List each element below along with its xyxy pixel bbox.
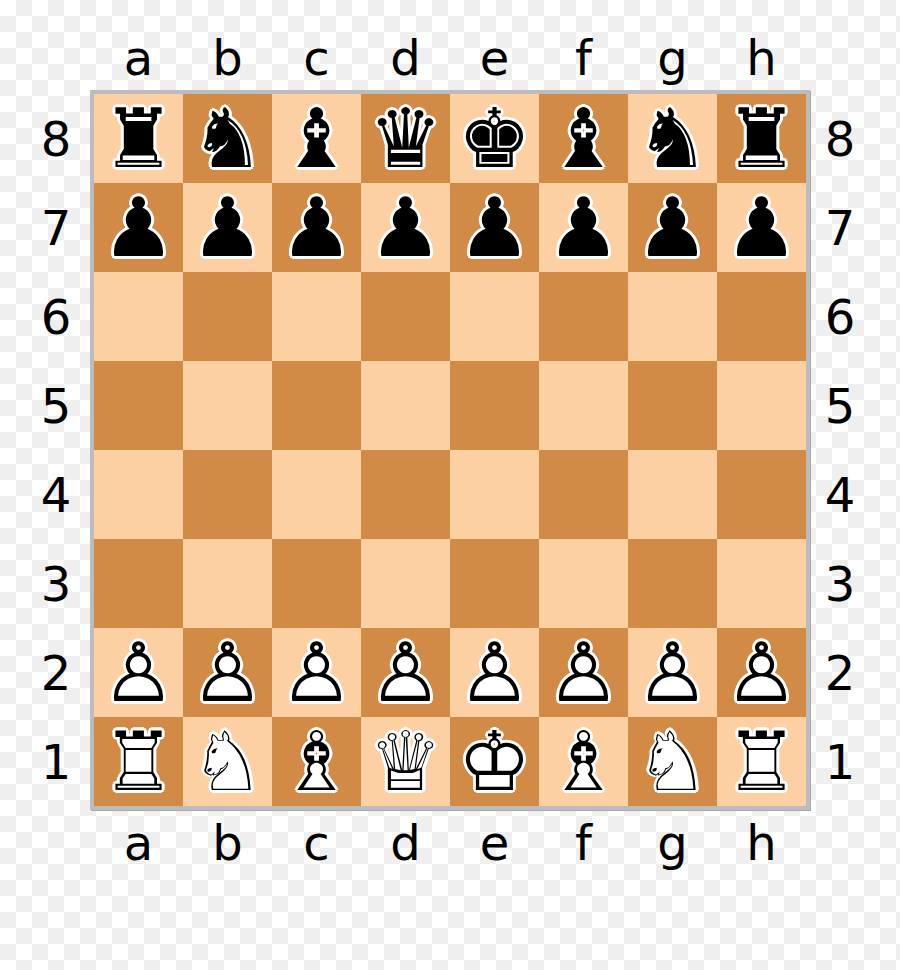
white-pawn-outline: ♙ [361, 628, 450, 717]
file-label-bottom-a: a [94, 815, 183, 871]
white-pawn-icon: ♟♙ [94, 628, 183, 717]
black-pawn-icon: ♟ [450, 183, 539, 272]
square-g7[interactable]: ♟ [628, 183, 717, 272]
rank-label-left-7: 7 [28, 183, 84, 272]
rank-label-left-5: 5 [28, 361, 84, 450]
square-d5[interactable] [361, 361, 450, 450]
white-pawn-icon: ♟♙ [183, 628, 272, 717]
white-knight-outline: ♘ [628, 717, 717, 806]
square-c5[interactable] [272, 361, 361, 450]
square-g8[interactable]: ♞ [628, 94, 717, 183]
square-h7[interactable]: ♟ [717, 183, 806, 272]
square-c4[interactable] [272, 450, 361, 539]
black-pawn-fill: ♟ [361, 183, 450, 272]
rank-label-right-3: 3 [812, 539, 868, 628]
black-pawn-icon: ♟ [628, 183, 717, 272]
black-pawn-fill: ♟ [628, 183, 717, 272]
black-rook-fill: ♜ [717, 94, 806, 183]
white-pawn-outline: ♙ [539, 628, 628, 717]
square-c8[interactable]: ♝ [272, 94, 361, 183]
square-b2[interactable]: ♟♙ [183, 628, 272, 717]
rank-label-right-8: 8 [812, 94, 868, 183]
black-pawn-icon: ♟ [94, 183, 183, 272]
square-e7[interactable]: ♟ [450, 183, 539, 272]
square-b8[interactable]: ♞ [183, 94, 272, 183]
square-f8[interactable]: ♝ [539, 94, 628, 183]
black-king-fill: ♚ [450, 94, 539, 183]
white-pawn-icon: ♟♙ [539, 628, 628, 717]
black-pawn-fill: ♟ [94, 183, 183, 272]
square-f7[interactable]: ♟ [539, 183, 628, 272]
file-label-top-c: c [272, 30, 361, 86]
black-pawn-fill: ♟ [539, 183, 628, 272]
white-queen-icon: ♛♕ [361, 717, 450, 806]
black-queen-icon: ♛ [361, 94, 450, 183]
black-pawn-fill: ♟ [272, 183, 361, 272]
black-bishop-icon: ♝ [272, 94, 361, 183]
rank-label-right-6: 6 [812, 272, 868, 361]
file-label-bottom-e: e [450, 815, 539, 871]
file-label-top-f: f [539, 30, 628, 86]
square-f2[interactable]: ♟♙ [539, 628, 628, 717]
black-bishop-icon: ♝ [539, 94, 628, 183]
board-frame: ♜♞♝♛♚♝♞♜♟♟♟♟♟♟♟♟♟♙♟♙♟♙♟♙♟♙♟♙♟♙♟♙♜♖♞♘♝♗♛♕… [90, 90, 810, 810]
white-pawn-outline: ♙ [717, 628, 806, 717]
rank-label-left-1: 1 [28, 717, 84, 806]
square-b3[interactable] [183, 539, 272, 628]
white-bishop-outline: ♗ [539, 717, 628, 806]
file-label-bottom-f: f [539, 815, 628, 871]
square-f3[interactable] [539, 539, 628, 628]
square-d8[interactable]: ♛ [361, 94, 450, 183]
black-king-icon: ♚ [450, 94, 539, 183]
rank-label-left-4: 4 [28, 450, 84, 539]
square-b4[interactable] [183, 450, 272, 539]
square-c6[interactable] [272, 272, 361, 361]
file-label-top-a: a [94, 30, 183, 86]
square-e6[interactable] [450, 272, 539, 361]
square-f4[interactable] [539, 450, 628, 539]
square-c2[interactable]: ♟♙ [272, 628, 361, 717]
rank-label-right-4: 4 [812, 450, 868, 539]
black-pawn-icon: ♟ [272, 183, 361, 272]
square-h1[interactable]: ♜♖ [717, 717, 806, 806]
square-a6[interactable] [94, 272, 183, 361]
white-king-icon: ♚♔ [450, 717, 539, 806]
white-knight-icon: ♞♘ [183, 717, 272, 806]
rank-label-right-1: 1 [812, 717, 868, 806]
black-knight-fill: ♞ [628, 94, 717, 183]
black-bishop-fill: ♝ [272, 94, 361, 183]
square-g2[interactable]: ♟♙ [628, 628, 717, 717]
black-knight-fill: ♞ [183, 94, 272, 183]
white-rook-outline: ♖ [717, 717, 806, 806]
black-knight-icon: ♞ [183, 94, 272, 183]
white-knight-outline: ♘ [183, 717, 272, 806]
square-h4[interactable] [717, 450, 806, 539]
square-d1[interactable]: ♛♕ [361, 717, 450, 806]
square-g5[interactable] [628, 361, 717, 450]
square-c3[interactable] [272, 539, 361, 628]
black-bishop-fill: ♝ [539, 94, 628, 183]
square-h3[interactable] [717, 539, 806, 628]
square-c1[interactable]: ♝♗ [272, 717, 361, 806]
white-bishop-icon: ♝♗ [539, 717, 628, 806]
white-pawn-outline: ♙ [94, 628, 183, 717]
square-h5[interactable] [717, 361, 806, 450]
square-h8[interactable]: ♜ [717, 94, 806, 183]
square-f5[interactable] [539, 361, 628, 450]
square-e4[interactable] [450, 450, 539, 539]
file-label-bottom-b: b [183, 815, 272, 871]
square-g3[interactable] [628, 539, 717, 628]
square-d7[interactable]: ♟ [361, 183, 450, 272]
square-a1[interactable]: ♜♖ [94, 717, 183, 806]
square-f6[interactable] [539, 272, 628, 361]
square-b5[interactable] [183, 361, 272, 450]
chess-diagram: abcdefgh 87654321 ♜♞♝♛♚♝♞♜♟♟♟♟♟♟♟♟♟♙♟♙♟♙… [0, 0, 900, 970]
square-g1[interactable]: ♞♘ [628, 717, 717, 806]
file-label-bottom-g: g [628, 815, 717, 871]
white-bishop-outline: ♗ [272, 717, 361, 806]
rank-labels-right: 87654321 [812, 94, 868, 806]
chess-board: ♜♞♝♛♚♝♞♜♟♟♟♟♟♟♟♟♟♙♟♙♟♙♟♙♟♙♟♙♟♙♟♙♜♖♞♘♝♗♛♕… [94, 94, 806, 806]
rank-label-right-7: 7 [812, 183, 868, 272]
square-b6[interactable] [183, 272, 272, 361]
square-d2[interactable]: ♟♙ [361, 628, 450, 717]
black-pawn-icon: ♟ [539, 183, 628, 272]
file-labels-top: abcdefgh [94, 30, 806, 86]
square-a3[interactable] [94, 539, 183, 628]
black-knight-icon: ♞ [628, 94, 717, 183]
rank-label-left-2: 2 [28, 628, 84, 717]
file-label-bottom-c: c [272, 815, 361, 871]
file-label-top-e: e [450, 30, 539, 86]
square-h6[interactable] [717, 272, 806, 361]
white-pawn-icon: ♟♙ [628, 628, 717, 717]
square-c7[interactable]: ♟ [272, 183, 361, 272]
file-labels-bottom: abcdefgh [94, 815, 806, 871]
white-pawn-outline: ♙ [272, 628, 361, 717]
file-label-top-h: h [717, 30, 806, 86]
square-e2[interactable]: ♟♙ [450, 628, 539, 717]
black-rook-icon: ♜ [717, 94, 806, 183]
rank-label-left-3: 3 [28, 539, 84, 628]
rank-label-right-2: 2 [812, 628, 868, 717]
black-pawn-icon: ♟ [361, 183, 450, 272]
black-pawn-icon: ♟ [717, 183, 806, 272]
rank-labels-left: 87654321 [28, 94, 84, 806]
square-d3[interactable] [361, 539, 450, 628]
file-label-top-g: g [628, 30, 717, 86]
square-e3[interactable] [450, 539, 539, 628]
white-bishop-icon: ♝♗ [272, 717, 361, 806]
square-a4[interactable] [94, 450, 183, 539]
black-rook-icon: ♜ [94, 94, 183, 183]
white-pawn-icon: ♟♙ [717, 628, 806, 717]
square-d4[interactable] [361, 450, 450, 539]
white-queen-outline: ♕ [361, 717, 450, 806]
white-pawn-outline: ♙ [183, 628, 272, 717]
square-e1[interactable]: ♚♔ [450, 717, 539, 806]
white-pawn-icon: ♟♙ [450, 628, 539, 717]
black-pawn-fill: ♟ [450, 183, 539, 272]
white-knight-icon: ♞♘ [628, 717, 717, 806]
square-g6[interactable] [628, 272, 717, 361]
white-pawn-outline: ♙ [450, 628, 539, 717]
square-b7[interactable]: ♟ [183, 183, 272, 272]
square-f1[interactable]: ♝♗ [539, 717, 628, 806]
black-pawn-fill: ♟ [717, 183, 806, 272]
square-e5[interactable] [450, 361, 539, 450]
black-queen-fill: ♛ [361, 94, 450, 183]
square-a7[interactable]: ♟ [94, 183, 183, 272]
file-label-bottom-d: d [361, 815, 450, 871]
square-b1[interactable]: ♞♘ [183, 717, 272, 806]
white-rook-outline: ♖ [94, 717, 183, 806]
square-a5[interactable] [94, 361, 183, 450]
square-h2[interactable]: ♟♙ [717, 628, 806, 717]
white-rook-icon: ♜♖ [717, 717, 806, 806]
black-pawn-fill: ♟ [183, 183, 272, 272]
file-label-top-d: d [361, 30, 450, 86]
white-pawn-icon: ♟♙ [361, 628, 450, 717]
file-label-bottom-h: h [717, 815, 806, 871]
white-king-outline: ♔ [450, 717, 539, 806]
white-pawn-icon: ♟♙ [272, 628, 361, 717]
square-g4[interactable] [628, 450, 717, 539]
square-e8[interactable]: ♚ [450, 94, 539, 183]
square-a8[interactable]: ♜ [94, 94, 183, 183]
rank-label-right-5: 5 [812, 361, 868, 450]
rank-label-left-6: 6 [28, 272, 84, 361]
white-pawn-outline: ♙ [628, 628, 717, 717]
square-d6[interactable] [361, 272, 450, 361]
black-rook-fill: ♜ [94, 94, 183, 183]
rank-label-left-8: 8 [28, 94, 84, 183]
black-pawn-icon: ♟ [183, 183, 272, 272]
file-label-top-b: b [183, 30, 272, 86]
square-a2[interactable]: ♟♙ [94, 628, 183, 717]
white-rook-icon: ♜♖ [94, 717, 183, 806]
